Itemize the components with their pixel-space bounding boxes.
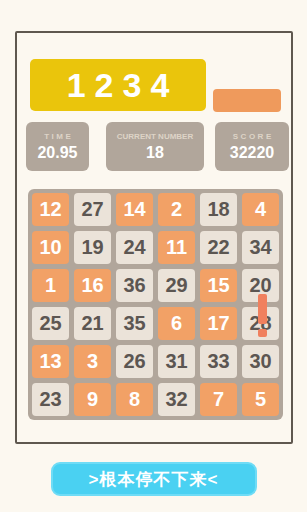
grid-cell[interactable]: 36 [116,269,153,302]
grid-cell[interactable]: 6 [158,307,195,340]
grid-cell[interactable]: 5 [242,383,279,416]
grid-cell[interactable]: 34 [242,231,279,264]
grid-cell[interactable]: 19 [74,231,111,264]
grid-cell[interactable]: 24 [116,231,153,264]
grid-cell[interactable]: 31 [158,345,195,378]
number-board: 1227142184101924112234116362915202521356… [28,189,283,420]
grid-cell[interactable]: 17 [200,307,237,340]
grid-cell[interactable]: 14 [116,193,153,226]
grid-cell[interactable]: 26 [116,345,153,378]
grid-cell[interactable]: 29 [158,269,195,302]
grid-cell[interactable]: 25 [32,307,69,340]
grid-cell[interactable]: 32 [158,383,195,416]
title-banner: 1234 [30,59,206,111]
grid-cell[interactable]: 15 [200,269,237,302]
grid-cell[interactable]: 12 [32,193,69,226]
grid-cell[interactable]: 3 [74,345,111,378]
grid-cell[interactable]: 8 [116,383,153,416]
grid-cell[interactable]: 2 [158,193,195,226]
grid-cell[interactable]: 10 [32,231,69,264]
time-value: 20.95 [37,144,77,162]
game-panel: 1234 TIME 20.95 CURRENT NUMBER 18 SCORE … [15,31,293,444]
score-label: SCORE [233,132,274,142]
time-label: TIME [44,132,73,142]
grid-cell[interactable]: 4 [242,193,279,226]
grid-cell[interactable]: 18 [200,193,237,226]
grid-cell[interactable]: 16 [74,269,111,302]
grid-cell[interactable]: 11 [158,231,195,264]
grid-cell[interactable]: 23 [32,383,69,416]
orange-chip-button[interactable] [213,89,281,112]
score-value: 32220 [230,144,275,162]
grid-cell[interactable]: 22 [200,231,237,264]
grid-cell[interactable]: 21 [74,307,111,340]
grid-cell[interactable]: 13 [32,345,69,378]
grid-cell[interactable]: 35 [116,307,153,340]
grid-cell[interactable]: 9 [74,383,111,416]
grid-cell[interactable]: 20 [242,269,279,302]
cant-stop-button-label: >根本停不下来< [89,468,219,491]
grid-cell[interactable]: 28 [242,307,279,340]
grid-cell[interactable]: 7 [200,383,237,416]
time-box: TIME 20.95 [26,122,89,171]
current-number-label: CURRENT NUMBER [117,132,193,142]
game-screen: 1234 TIME 20.95 CURRENT NUMBER 18 SCORE … [0,0,307,512]
number-grid: 1227142184101924112234116362915202521356… [32,193,279,416]
game-title: 1234 [67,66,179,105]
stats-row: TIME 20.95 CURRENT NUMBER 18 SCORE 32220 [17,122,291,172]
cant-stop-button[interactable]: >根本停不下来< [51,462,257,496]
grid-cell[interactable]: 33 [200,345,237,378]
score-box: SCORE 32220 [215,122,289,171]
grid-cell[interactable]: 27 [74,193,111,226]
current-number-value: 18 [146,144,164,162]
grid-cell[interactable]: 30 [242,345,279,378]
grid-cell[interactable]: 1 [32,269,69,302]
current-number-box: CURRENT NUMBER 18 [106,122,204,171]
